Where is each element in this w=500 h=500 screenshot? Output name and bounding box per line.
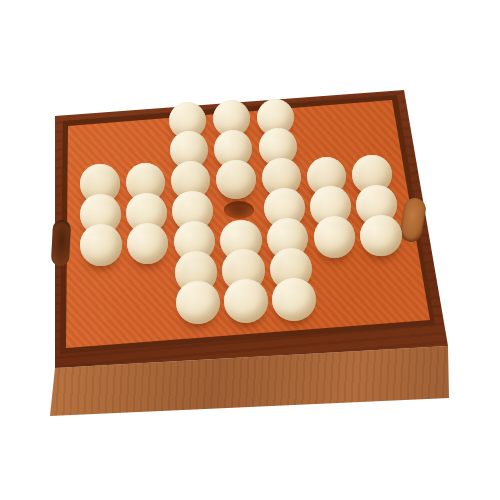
marble[interactable]	[216, 160, 255, 199]
empty-center-hole[interactable]	[224, 201, 254, 219]
product-photo	[0, 0, 500, 500]
marble[interactable]	[224, 279, 268, 323]
marble[interactable]	[272, 278, 316, 322]
marble[interactable]	[314, 216, 355, 257]
finger-notch-left	[51, 220, 71, 267]
marble[interactable]	[176, 281, 220, 325]
marble[interactable]	[360, 215, 401, 256]
marble[interactable]	[80, 224, 121, 265]
